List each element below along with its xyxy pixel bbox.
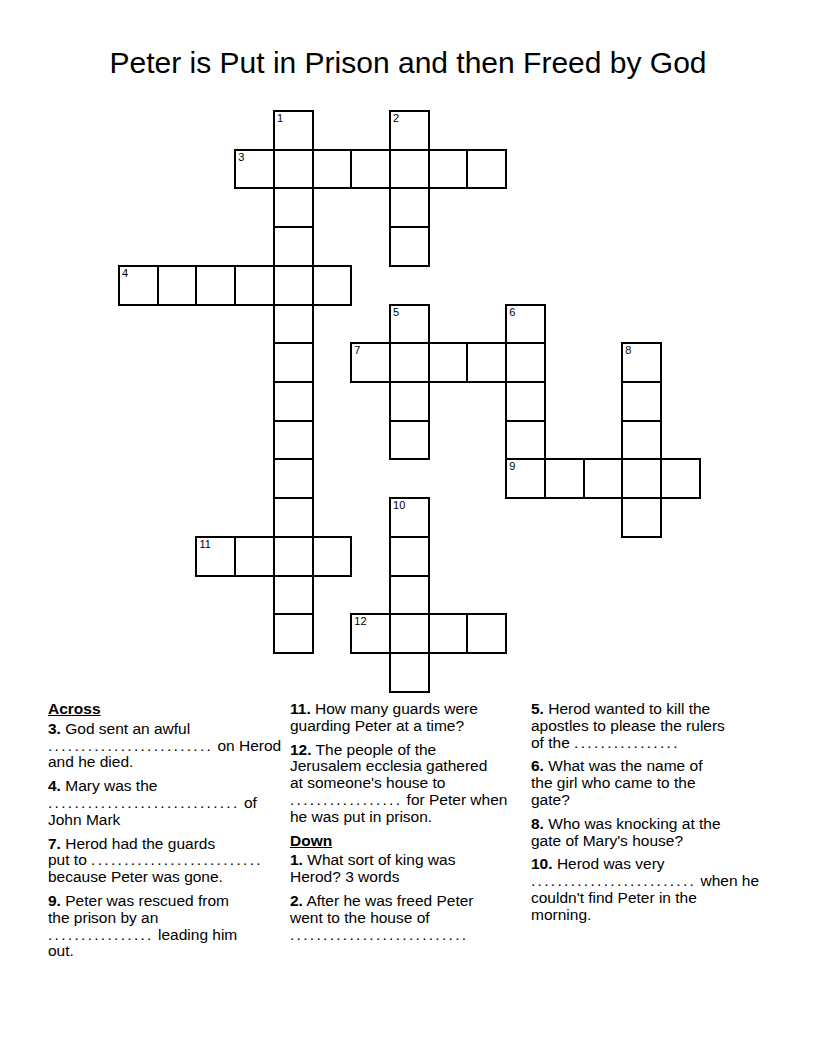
clue-column-2: 11. How many guards wereguarding Peter a… bbox=[290, 701, 532, 950]
crossword-worksheet: Peter is Put in Prison and then Freed by… bbox=[0, 0, 816, 1056]
grid-cell-r4c3[interactable] bbox=[234, 265, 275, 306]
clue-down-10: 10. Herod was very......................… bbox=[531, 856, 773, 923]
grid-cell-r12c4[interactable] bbox=[273, 575, 314, 616]
clue-column-3: 5. Herod wanted to kill theapostles to p… bbox=[531, 701, 773, 931]
grid-cell-r11c2[interactable]: 11 bbox=[195, 536, 236, 577]
grid-cell-r8c7[interactable] bbox=[389, 420, 430, 461]
grid-cell-r1c3[interactable]: 3 bbox=[234, 149, 275, 190]
grid-cell-r0c7[interactable]: 2 bbox=[389, 110, 430, 151]
grid-cell-r8c4[interactable] bbox=[273, 420, 314, 461]
clue-number: 8. bbox=[531, 815, 544, 832]
grid-cell-r13c4[interactable] bbox=[273, 613, 314, 654]
grid-cell-r5c4[interactable] bbox=[273, 304, 314, 345]
answer-blank: ............................. bbox=[48, 794, 240, 811]
clue-column-1: Across3. God sent an awful..............… bbox=[48, 701, 290, 967]
clue-text: After he was freed Peterwent to the hous… bbox=[290, 892, 474, 943]
grid-cell-r3c7[interactable] bbox=[389, 226, 430, 267]
grid-cell-r11c5[interactable] bbox=[312, 536, 353, 577]
grid-cell-r0c4[interactable]: 1 bbox=[273, 110, 314, 151]
clue-number: 2. bbox=[290, 892, 303, 909]
puzzle-title: Peter is Put in Prison and then Freed by… bbox=[0, 46, 816, 80]
grid-cell-r4c0[interactable]: 4 bbox=[118, 265, 159, 306]
clue-text: What sort of king wasHerod? 3 words bbox=[290, 851, 455, 885]
clue-number: 12. bbox=[290, 741, 312, 758]
grid-cell-r8c13[interactable] bbox=[621, 420, 662, 461]
clue-text: Peter was rescued fromthe prison by an..… bbox=[48, 892, 237, 959]
clue-text: Herod had the guardsput to .............… bbox=[48, 835, 263, 886]
clue-number: 10. bbox=[531, 855, 553, 872]
clue-across-3: 3. God sent an awful....................… bbox=[48, 721, 290, 771]
clue-number: 6. bbox=[531, 757, 544, 774]
grid-cell-r4c2[interactable] bbox=[195, 265, 236, 306]
clue-number: 1. bbox=[290, 851, 303, 868]
cell-number-5: 5 bbox=[393, 306, 399, 319]
grid-cell-r13c6[interactable]: 12 bbox=[350, 613, 391, 654]
clue-number: 5. bbox=[531, 700, 544, 717]
clue-text: How many guards wereguarding Peter at a … bbox=[290, 700, 478, 734]
answer-blank: ......................... bbox=[531, 872, 696, 889]
clue-across-4: 4. Mary was the.........................… bbox=[48, 778, 290, 828]
grid-cell-r6c7[interactable] bbox=[389, 342, 430, 383]
grid-cell-r13c8[interactable] bbox=[428, 613, 469, 654]
crossword-grid: 123456789101112 bbox=[118, 110, 703, 695]
grid-cell-r6c6[interactable]: 7 bbox=[350, 342, 391, 383]
grid-cell-r10c13[interactable] bbox=[621, 497, 662, 538]
cell-number-4: 4 bbox=[122, 267, 128, 280]
clue-text: The people of theJerusalem ecclesia gath… bbox=[290, 741, 507, 825]
grid-cell-r2c4[interactable] bbox=[273, 187, 314, 228]
clue-number: 4. bbox=[48, 777, 61, 794]
grid-cell-r11c3[interactable] bbox=[234, 536, 275, 577]
across-header: Across bbox=[48, 701, 290, 718]
grid-cell-r1c9[interactable] bbox=[466, 149, 507, 190]
cell-number-8: 8 bbox=[625, 344, 631, 357]
grid-cell-r7c4[interactable] bbox=[273, 381, 314, 422]
grid-cell-r7c7[interactable] bbox=[389, 381, 430, 422]
clue-number: 11. bbox=[290, 700, 311, 717]
clue-text: God sent an awful.......................… bbox=[48, 720, 281, 771]
grid-cell-r9c14[interactable] bbox=[660, 458, 701, 499]
answer-blank: .......................... bbox=[91, 851, 263, 868]
clue-across-11: 11. How many guards wereguarding Peter a… bbox=[290, 701, 532, 735]
grid-cell-r1c8[interactable] bbox=[428, 149, 469, 190]
clue-across-9: 9. Peter was rescued fromthe prison by a… bbox=[48, 893, 290, 960]
grid-cell-r12c7[interactable] bbox=[389, 575, 430, 616]
clue-number: 7. bbox=[48, 835, 61, 852]
grid-cell-r1c4[interactable] bbox=[273, 149, 314, 190]
grid-cell-r1c7[interactable] bbox=[389, 149, 430, 190]
grid-cell-r13c9[interactable] bbox=[466, 613, 507, 654]
grid-cell-r5c7[interactable]: 5 bbox=[389, 304, 430, 345]
grid-cell-r4c1[interactable] bbox=[157, 265, 198, 306]
grid-cell-r9c12[interactable] bbox=[583, 458, 624, 499]
answer-blank: ................ bbox=[48, 926, 154, 943]
grid-cell-r9c4[interactable] bbox=[273, 458, 314, 499]
grid-cell-r9c11[interactable] bbox=[544, 458, 585, 499]
clue-down-1: 1. What sort of king wasHerod? 3 words bbox=[290, 852, 532, 886]
grid-cell-r1c5[interactable] bbox=[312, 149, 353, 190]
cell-number-11: 11 bbox=[199, 538, 210, 551]
grid-cell-r10c7[interactable]: 10 bbox=[389, 497, 430, 538]
clue-number: 3. bbox=[48, 720, 61, 737]
grid-cell-r13c7[interactable] bbox=[389, 613, 430, 654]
clue-number: 9. bbox=[48, 892, 61, 909]
grid-cell-r4c4[interactable] bbox=[273, 265, 314, 306]
clue-text: What was the name ofthe girl who came to… bbox=[531, 757, 702, 808]
grid-cell-r2c7[interactable] bbox=[389, 187, 430, 228]
grid-cell-r4c5[interactable] bbox=[312, 265, 353, 306]
grid-cell-r6c8[interactable] bbox=[428, 342, 469, 383]
clue-text: Who was knocking at thegate of Mary's ho… bbox=[531, 815, 721, 849]
grid-cell-r3c4[interactable] bbox=[273, 226, 314, 267]
clue-text: Herod was very......................... … bbox=[531, 855, 759, 922]
clue-down-2: 2. After he was freed Peterwent to the h… bbox=[290, 893, 532, 943]
grid-cell-r6c9[interactable] bbox=[466, 342, 507, 383]
grid-cell-r7c10[interactable] bbox=[505, 381, 546, 422]
grid-cell-r7c13[interactable] bbox=[621, 381, 662, 422]
grid-cell-r6c13[interactable]: 8 bbox=[621, 342, 662, 383]
clue-text: Herod wanted to kill theapostles to plea… bbox=[531, 700, 725, 751]
cell-number-3: 3 bbox=[238, 151, 244, 164]
cell-number-12: 12 bbox=[354, 615, 366, 628]
grid-cell-r6c4[interactable] bbox=[273, 342, 314, 383]
answer-blank: ........................... bbox=[290, 926, 468, 943]
grid-cell-r14c7[interactable] bbox=[389, 652, 430, 693]
cell-number-7: 7 bbox=[354, 344, 360, 357]
cell-number-6: 6 bbox=[509, 306, 515, 319]
clue-text: Mary was the............................… bbox=[48, 777, 257, 828]
clue-across-12: 12. The people of theJerusalem ecclesia … bbox=[290, 742, 532, 826]
clue-down-8: 8. Who was knocking at thegate of Mary's… bbox=[531, 816, 773, 850]
clue-down-5: 5. Herod wanted to kill theapostles to p… bbox=[531, 701, 773, 751]
answer-blank: ................. bbox=[290, 791, 402, 808]
grid-cell-r8c10[interactable] bbox=[505, 420, 546, 461]
grid-cell-r5c10[interactable]: 6 bbox=[505, 304, 546, 345]
grid-cell-r11c7[interactable] bbox=[389, 536, 430, 577]
grid-cell-r9c10[interactable]: 9 bbox=[505, 458, 546, 499]
grid-cell-r11c4[interactable] bbox=[273, 536, 314, 577]
grid-cell-r9c13[interactable] bbox=[621, 458, 662, 499]
cell-number-10: 10 bbox=[393, 499, 405, 512]
grid-cell-r6c10[interactable] bbox=[505, 342, 546, 383]
clue-across-7: 7. Herod had the guardsput to ..........… bbox=[48, 836, 290, 886]
cell-number-1: 1 bbox=[277, 112, 283, 125]
cell-number-9: 9 bbox=[509, 460, 515, 473]
grid-cell-r1c6[interactable] bbox=[350, 149, 391, 190]
grid-cell-r10c4[interactable] bbox=[273, 497, 314, 538]
down-header: Down bbox=[290, 833, 532, 850]
clue-down-6: 6. What was the name ofthe girl who came… bbox=[531, 758, 773, 808]
answer-blank: ......................... bbox=[48, 737, 213, 754]
answer-blank: ................ bbox=[574, 734, 680, 751]
cell-number-2: 2 bbox=[393, 112, 399, 125]
